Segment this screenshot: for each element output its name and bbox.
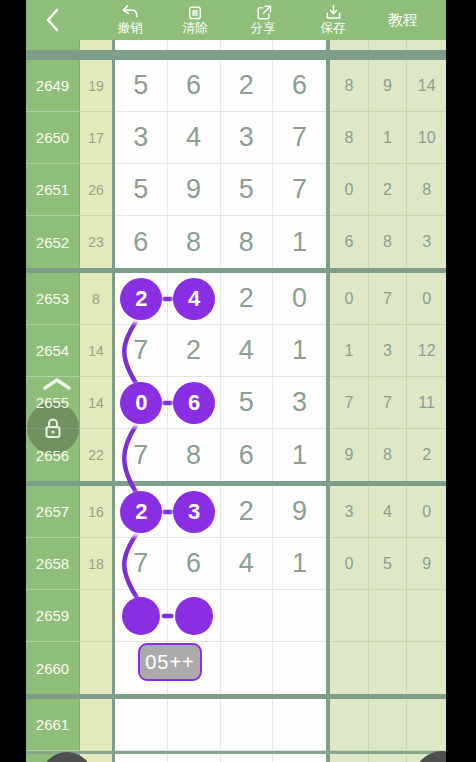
cell-digit[interactable]: 2 xyxy=(221,486,274,538)
cell-sum: 26 xyxy=(80,164,112,216)
cell-stat xyxy=(369,699,408,751)
cell-stat xyxy=(369,754,408,762)
app-window: 撤销 清除 分享 xyxy=(26,0,446,762)
collapse-handle[interactable] xyxy=(40,377,74,391)
cell-digit xyxy=(168,754,221,762)
row-2653: 265382420070 xyxy=(26,273,446,325)
cell-stat: 1 xyxy=(369,112,408,164)
row-2650: 26501734378110 xyxy=(26,112,446,164)
row-2651: 2651265957028 xyxy=(26,164,446,216)
cell-digit[interactable]: 2 xyxy=(221,60,274,112)
trend-grid: 2649195626891426501734378110265126595702… xyxy=(26,40,446,762)
cell-digit[interactable] xyxy=(221,590,274,642)
cell-stat xyxy=(330,590,369,642)
row-2661: 2661 xyxy=(26,699,446,751)
save-label: 保存 xyxy=(321,21,346,36)
cell-period: 2651 xyxy=(26,164,80,216)
cell-period xyxy=(26,40,80,50)
tutorial-button[interactable]: 教程 xyxy=(378,0,428,40)
cell-stat xyxy=(407,40,446,50)
cell-stat: 3 xyxy=(330,486,369,538)
cell-stat xyxy=(330,754,369,762)
cell-stat: 2 xyxy=(369,164,408,216)
cell-stat: 7 xyxy=(369,377,408,429)
cell-digit[interactable]: 2 xyxy=(221,273,274,325)
cell-stat xyxy=(330,40,369,50)
cell-digit[interactable]: 1 xyxy=(273,216,326,268)
cell-sum: 8 xyxy=(80,273,112,325)
annotation-circle-filled[interactable] xyxy=(175,597,213,635)
cell-stat: 9 xyxy=(330,429,369,481)
back-button[interactable] xyxy=(40,6,68,34)
cell-digit[interactable]: 9 xyxy=(273,486,326,538)
row-2649: 26491956268914 xyxy=(26,60,446,112)
cell-digit[interactable] xyxy=(273,642,326,694)
cell-stat xyxy=(407,642,446,694)
row-2654: 26541472411312 xyxy=(26,325,446,377)
cell-period: 2660 xyxy=(26,642,80,694)
cell-digit[interactable]: 3 xyxy=(115,112,168,164)
cell-digit xyxy=(115,40,168,50)
cell-digit xyxy=(115,754,168,762)
cell-stat xyxy=(330,699,369,751)
cell-stat: 8 xyxy=(369,216,408,268)
partial-row-bottom xyxy=(26,754,446,762)
cell-sum: 18 xyxy=(80,538,112,590)
cell-digit[interactable] xyxy=(115,699,168,751)
cell-digit[interactable]: 4 xyxy=(221,325,274,377)
cell-stat xyxy=(330,642,369,694)
undo-label: 撤销 xyxy=(118,21,143,36)
cell-stat: 10 xyxy=(407,112,446,164)
cell-digit[interactable]: 5 xyxy=(221,377,274,429)
cell-stat xyxy=(407,699,446,751)
cell-digit[interactable]: 7 xyxy=(115,429,168,481)
screen: 撤销 清除 分享 xyxy=(0,0,476,762)
cell-digit[interactable]: 8 xyxy=(168,216,221,268)
cell-stat: 6 xyxy=(330,216,369,268)
cell-sum: 22 xyxy=(80,429,112,481)
clear-button[interactable]: 清除 xyxy=(173,2,217,40)
cell-sum: 14 xyxy=(80,377,112,429)
cell-digit xyxy=(168,40,221,50)
cell-digit[interactable]: 2 xyxy=(168,325,221,377)
cell-period: 2657 xyxy=(26,486,80,538)
cell-sum: 14 xyxy=(80,325,112,377)
cell-digit[interactable] xyxy=(273,699,326,751)
cell-digit[interactable]: 6 xyxy=(168,60,221,112)
cell-stat: 3 xyxy=(407,216,446,268)
row-2658: 2658187641059 xyxy=(26,538,446,590)
cell-stat: 8 xyxy=(330,112,369,164)
cell-period: 2661 xyxy=(26,699,80,751)
cell-sum xyxy=(80,642,112,694)
annotation-circle[interactable]: 6 xyxy=(173,382,215,424)
cell-stat: 14 xyxy=(407,60,446,112)
cell-digit xyxy=(221,40,274,50)
cell-digit[interactable]: 7 xyxy=(115,538,168,590)
cell-period: 2653 xyxy=(26,273,80,325)
cell-period: 2649 xyxy=(26,60,80,112)
cell-stat: 1 xyxy=(330,325,369,377)
cell-digit[interactable]: 8 xyxy=(221,216,274,268)
cell-digit[interactable]: 5 xyxy=(115,164,168,216)
cell-stat: 0 xyxy=(407,273,446,325)
share-icon xyxy=(254,4,273,21)
cell-digit[interactable]: 7 xyxy=(273,164,326,216)
cell-sum xyxy=(80,40,112,50)
cell-stat xyxy=(407,590,446,642)
cell-digit xyxy=(273,40,326,50)
cell-digit[interactable]: 1 xyxy=(273,429,326,481)
cell-stat: 4 xyxy=(369,486,408,538)
cell-stat xyxy=(369,642,408,694)
cell-digit[interactable]: 7 xyxy=(115,325,168,377)
download-icon xyxy=(324,4,343,21)
cell-stat: 8 xyxy=(369,429,408,481)
cell-sum: 16 xyxy=(80,486,112,538)
cell-stat: 0 xyxy=(330,164,369,216)
row-2660: 2660 xyxy=(26,642,446,694)
row-2656: 2656227861982 xyxy=(26,429,446,481)
cell-digit[interactable]: 7 xyxy=(273,112,326,164)
cell-sum: 17 xyxy=(80,112,112,164)
cell-digit[interactable] xyxy=(168,699,221,751)
cell-period: 2652 xyxy=(26,216,80,268)
cell-stat: 0 xyxy=(330,538,369,590)
cell-digit[interactable]: 8 xyxy=(168,429,221,481)
cell-digit[interactable]: 4 xyxy=(221,538,274,590)
cell-period: 2654 xyxy=(26,325,80,377)
cell-stat: 2 xyxy=(407,429,446,481)
cell-stat: 11 xyxy=(407,377,446,429)
row-2657: 2657162329340 xyxy=(26,486,446,538)
group-separator xyxy=(26,50,446,60)
cell-sum: 23 xyxy=(80,216,112,268)
partial-row-top xyxy=(26,40,446,50)
share-label: 分享 xyxy=(251,21,276,36)
cell-digit[interactable]: 0 xyxy=(273,273,326,325)
cell-digit[interactable]: 3 xyxy=(273,377,326,429)
cell-digit[interactable] xyxy=(221,699,274,751)
cell-digit[interactable]: 5 xyxy=(115,60,168,112)
cell-period: 2659 xyxy=(26,590,80,642)
annotation-badge[interactable]: 05++ xyxy=(138,643,202,681)
row-2652: 2652236881683 xyxy=(26,216,446,268)
cell-digit[interactable]: 1 xyxy=(273,325,326,377)
save-button[interactable]: 保存 xyxy=(311,2,355,40)
cell-digit[interactable] xyxy=(273,590,326,642)
cell-digit[interactable] xyxy=(221,642,274,694)
cell-digit[interactable]: 3 xyxy=(221,112,274,164)
rows-host: 2649195626891426501734378110265126595702… xyxy=(26,60,446,751)
chevron-up-icon xyxy=(40,377,74,391)
cell-digit[interactable]: 6 xyxy=(273,60,326,112)
chevron-left-icon xyxy=(40,6,68,34)
cell-digit[interactable]: 6 xyxy=(115,216,168,268)
cell-stat: 0 xyxy=(407,486,446,538)
cell-period: 2658 xyxy=(26,538,80,590)
annotation-circle[interactable]: 3 xyxy=(173,491,215,533)
cell-digit xyxy=(273,754,326,762)
row-2659: 2659 xyxy=(26,590,446,642)
cell-stat: 9 xyxy=(407,538,446,590)
cell-stat: 9 xyxy=(369,60,408,112)
cell-period: 2650 xyxy=(26,112,80,164)
clear-label: 清除 xyxy=(183,21,208,36)
cell-sum xyxy=(80,699,112,751)
cell-stat: 0 xyxy=(330,273,369,325)
share-button[interactable]: 分享 xyxy=(241,2,285,40)
cell-digit[interactable]: 4 xyxy=(168,112,221,164)
cell-digit[interactable]: 6 xyxy=(168,538,221,590)
cell-stat: 5 xyxy=(369,538,408,590)
trash-icon xyxy=(186,4,204,21)
cell-digit xyxy=(221,754,274,762)
cell-stat: 8 xyxy=(330,60,369,112)
cell-stat xyxy=(369,590,408,642)
cell-stat: 7 xyxy=(330,377,369,429)
cell-digit[interactable]: 9 xyxy=(168,164,221,216)
cell-digit[interactable]: 6 xyxy=(221,429,274,481)
lock-icon xyxy=(40,415,66,441)
row-2655: 26551406537711 xyxy=(26,377,446,429)
cell-stat: 7 xyxy=(369,273,408,325)
toolbar: 撤销 清除 分享 xyxy=(26,0,446,40)
undo-button[interactable]: 撤销 xyxy=(108,2,152,40)
cell-stat: 3 xyxy=(369,325,408,377)
undo-icon xyxy=(120,4,140,21)
cell-digit[interactable]: 5 xyxy=(221,164,274,216)
cell-sum: 19 xyxy=(80,60,112,112)
cell-stat xyxy=(369,40,408,50)
cell-stat: 8 xyxy=(407,164,446,216)
annotation-circle[interactable]: 4 xyxy=(173,278,215,320)
cell-digit[interactable]: 1 xyxy=(273,538,326,590)
cell-stat: 12 xyxy=(407,325,446,377)
cell-sum xyxy=(80,590,112,642)
